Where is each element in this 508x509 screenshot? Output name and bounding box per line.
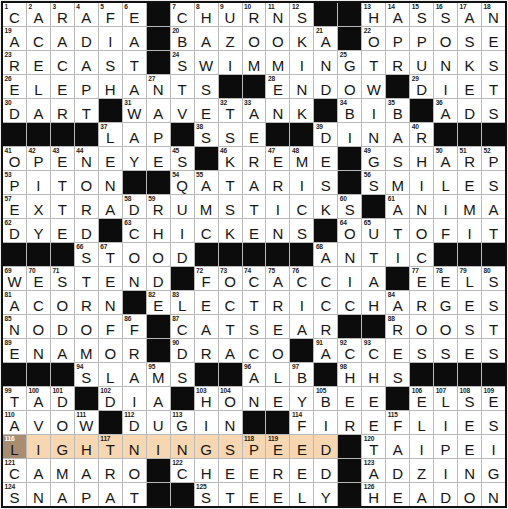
grid-cell[interactable]: 125S	[195, 483, 218, 506]
grid-cell[interactable]: 64O	[338, 219, 361, 242]
grid-cell[interactable]: I	[434, 75, 457, 98]
grid-cell[interactable]: 110A	[3, 411, 26, 434]
grid-cell[interactable]: M	[386, 171, 409, 194]
grid-cell[interactable]: H	[362, 291, 385, 314]
grid-cell[interactable]: S	[171, 363, 194, 386]
grid-cell[interactable]: P	[410, 27, 433, 50]
grid-cell[interactable]: D	[75, 27, 98, 50]
grid-cell[interactable]: 119E	[266, 435, 289, 458]
grid-cell[interactable]: E	[290, 459, 313, 482]
grid-cell[interactable]: O	[51, 291, 74, 314]
grid-cell[interactable]: E	[243, 123, 266, 146]
grid-cell[interactable]: N	[171, 435, 194, 458]
grid-cell[interactable]: O	[147, 243, 170, 266]
grid-cell[interactable]: 56S	[362, 171, 385, 194]
grid-cell[interactable]: 5F	[99, 3, 122, 26]
grid-cell[interactable]: 2A	[27, 3, 50, 26]
grid-cell[interactable]: V	[171, 99, 194, 122]
grid-cell[interactable]: 4A	[75, 3, 98, 26]
grid-cell[interactable]: E	[195, 99, 218, 122]
grid-cell[interactable]: 25G	[338, 51, 361, 74]
grid-cell[interactable]: D	[51, 315, 74, 338]
grid-cell[interactable]: N	[482, 483, 505, 506]
grid-cell[interactable]: 79L	[458, 267, 481, 290]
grid-cell[interactable]: O	[123, 243, 146, 266]
grid-cell[interactable]: S	[219, 123, 242, 146]
grid-cell[interactable]: C	[51, 51, 74, 74]
grid-cell[interactable]: N	[338, 243, 361, 266]
grid-cell[interactable]: I	[410, 171, 433, 194]
grid-cell[interactable]: O	[266, 339, 289, 362]
grid-cell[interactable]: 57E	[3, 195, 26, 218]
grid-cell[interactable]: N	[410, 195, 433, 218]
grid-cell[interactable]: R	[243, 147, 266, 170]
grid-cell[interactable]: I	[290, 51, 313, 74]
grid-cell[interactable]: O	[123, 459, 146, 482]
grid-cell[interactable]: Y	[314, 483, 337, 506]
grid-cell[interactable]: 32T	[219, 99, 242, 122]
grid-cell[interactable]: A	[99, 483, 122, 506]
grid-cell[interactable]: P	[386, 27, 409, 50]
grid-cell[interactable]: Z	[410, 459, 433, 482]
grid-cell[interactable]: O	[434, 27, 457, 50]
grid-cell[interactable]: 97B	[290, 363, 313, 386]
grid-cell[interactable]: I	[219, 51, 242, 74]
grid-cell[interactable]: A	[51, 339, 74, 362]
grid-cell[interactable]: A	[75, 51, 98, 74]
grid-cell[interactable]: I	[123, 387, 146, 410]
grid-cell[interactable]: 60S	[338, 195, 361, 218]
grid-cell[interactable]: N	[123, 267, 146, 290]
grid-cell[interactable]: N	[458, 459, 481, 482]
grid-cell[interactable]: 28E	[266, 75, 289, 98]
grid-cell[interactable]: A	[386, 123, 409, 146]
grid-cell[interactable]: 77E	[410, 267, 433, 290]
grid-cell[interactable]: P	[147, 123, 170, 146]
grid-cell[interactable]: 109E	[482, 387, 505, 410]
grid-cell[interactable]: 7C	[171, 3, 194, 26]
grid-cell[interactable]: I	[458, 219, 481, 242]
grid-cell[interactable]: 118P	[243, 435, 266, 458]
grid-cell[interactable]: 20B	[171, 27, 194, 50]
grid-cell[interactable]: 40R	[410, 123, 433, 146]
grid-cell[interactable]: T	[51, 171, 74, 194]
grid-cell[interactable]: L	[290, 483, 313, 506]
grid-cell[interactable]: 80S	[482, 267, 505, 290]
grid-cell[interactable]: V	[27, 411, 50, 434]
grid-cell[interactable]: 41O	[3, 147, 26, 170]
grid-cell[interactable]: N	[99, 171, 122, 194]
grid-cell[interactable]: N	[314, 51, 337, 74]
grid-cell[interactable]: 123A	[362, 459, 385, 482]
grid-cell[interactable]: 88R	[386, 315, 409, 338]
grid-cell[interactable]: T	[219, 315, 242, 338]
grid-cell[interactable]: N	[266, 99, 289, 122]
grid-cell[interactable]: 66S	[75, 243, 98, 266]
grid-cell[interactable]: E	[243, 219, 266, 242]
grid-cell[interactable]: C	[219, 291, 242, 314]
grid-cell[interactable]: O	[243, 27, 266, 50]
grid-cell[interactable]: 50A	[434, 147, 457, 170]
grid-cell[interactable]: E	[266, 483, 289, 506]
grid-cell[interactable]: 83L	[171, 291, 194, 314]
grid-cell[interactable]: U	[171, 195, 194, 218]
grid-cell[interactable]: E	[195, 291, 218, 314]
grid-cell[interactable]: S	[290, 219, 313, 242]
grid-cell[interactable]: S	[434, 339, 457, 362]
grid-cell[interactable]: 121C	[3, 459, 26, 482]
grid-cell[interactable]: T	[219, 171, 242, 194]
grid-cell[interactable]: T	[482, 75, 505, 98]
grid-cell[interactable]: 8H	[195, 3, 218, 26]
grid-cell[interactable]: 10R	[243, 3, 266, 26]
grid-cell[interactable]: 55A	[195, 171, 218, 194]
grid-cell[interactable]: R	[75, 291, 98, 314]
grid-cell[interactable]: C	[410, 243, 433, 266]
grid-cell[interactable]: S	[458, 27, 481, 50]
grid-cell[interactable]: S	[410, 339, 433, 362]
grid-cell[interactable]: S	[386, 363, 409, 386]
grid-cell[interactable]: 3R	[51, 3, 74, 26]
grid-cell[interactable]: O	[266, 27, 289, 50]
grid-cell[interactable]: 68A	[314, 243, 337, 266]
grid-cell[interactable]: 33A	[243, 99, 266, 122]
grid-cell[interactable]: S	[386, 147, 409, 170]
grid-cell[interactable]: E	[27, 51, 50, 74]
grid-cell[interactable]: O	[338, 75, 361, 98]
grid-cell[interactable]: 72F	[195, 267, 218, 290]
grid-cell[interactable]: A	[51, 483, 74, 506]
grid-cell[interactable]: A	[386, 435, 409, 458]
grid-cell[interactable]: I	[290, 291, 313, 314]
grid-cell[interactable]: R	[410, 291, 433, 314]
grid-cell[interactable]: I	[99, 27, 122, 50]
grid-cell[interactable]: 49G	[362, 147, 385, 170]
grid-cell[interactable]: Y	[123, 147, 146, 170]
grid-cell[interactable]: M	[266, 51, 289, 74]
grid-cell[interactable]: I	[434, 411, 457, 434]
grid-cell[interactable]: E	[219, 459, 242, 482]
grid-cell[interactable]: 124S	[3, 483, 26, 506]
grid-cell[interactable]: T	[75, 99, 98, 122]
grid-cell[interactable]: 45S	[171, 147, 194, 170]
grid-cell[interactable]: S	[195, 75, 218, 98]
grid-cell[interactable]: D	[314, 459, 337, 482]
grid-cell[interactable]: C	[290, 195, 313, 218]
grid-cell[interactable]: I	[27, 435, 50, 458]
grid-cell[interactable]: A	[219, 339, 242, 362]
grid-cell[interactable]: M	[195, 195, 218, 218]
grid-cell[interactable]: G	[51, 435, 74, 458]
grid-cell[interactable]: R	[266, 291, 289, 314]
grid-cell[interactable]: 6E	[123, 3, 146, 26]
grid-cell[interactable]: R	[75, 195, 98, 218]
grid-cell[interactable]: E	[458, 435, 481, 458]
grid-cell[interactable]: Y	[27, 219, 50, 242]
grid-cell[interactable]: 75A	[266, 267, 289, 290]
grid-cell[interactable]: E	[458, 171, 481, 194]
grid-cell[interactable]: S	[458, 315, 481, 338]
grid-cell[interactable]: P	[75, 75, 98, 98]
grid-cell[interactable]: C	[338, 291, 361, 314]
grid-cell[interactable]: 37L	[99, 123, 122, 146]
grid-cell[interactable]: H	[99, 75, 122, 98]
grid-cell[interactable]: I	[195, 411, 218, 434]
grid-cell[interactable]: I	[410, 435, 433, 458]
grid-cell[interactable]: T	[362, 243, 385, 266]
grid-cell[interactable]: T	[243, 291, 266, 314]
grid-cell[interactable]: A	[27, 459, 50, 482]
grid-cell[interactable]: L	[266, 363, 289, 386]
grid-cell[interactable]: 52P	[482, 147, 505, 170]
grid-cell[interactable]: 103H	[195, 387, 218, 410]
grid-cell[interactable]: R	[386, 51, 409, 74]
grid-cell[interactable]: 54Q	[171, 171, 194, 194]
grid-cell[interactable]: L	[99, 363, 122, 386]
grid-cell[interactable]: E	[243, 459, 266, 482]
grid-cell[interactable]: 107L	[434, 387, 457, 410]
grid-cell[interactable]: P	[75, 483, 98, 506]
grid-cell[interactable]: 16S	[434, 3, 457, 26]
grid-cell[interactable]: E	[243, 483, 266, 506]
grid-cell[interactable]: 38S	[195, 123, 218, 146]
grid-cell[interactable]: 59R	[147, 195, 170, 218]
grid-cell[interactable]: 90D	[171, 339, 194, 362]
grid-cell[interactable]: E	[99, 267, 122, 290]
grid-cell[interactable]: N	[27, 483, 50, 506]
grid-cell[interactable]: 84A	[386, 291, 409, 314]
grid-cell[interactable]: 29D	[410, 75, 433, 98]
grid-cell[interactable]: A	[123, 75, 146, 98]
grid-cell[interactable]: E	[458, 291, 481, 314]
grid-cell[interactable]: D	[147, 267, 170, 290]
grid-cell[interactable]: 23R	[3, 51, 26, 74]
grid-cell[interactable]: Z	[219, 27, 242, 50]
grid-cell[interactable]: I	[434, 195, 457, 218]
grid-cell[interactable]: N	[27, 339, 50, 362]
grid-cell[interactable]: 117T	[99, 435, 122, 458]
grid-cell[interactable]: C	[27, 27, 50, 50]
grid-cell[interactable]: 113G	[171, 411, 194, 434]
grid-cell[interactable]: T	[243, 195, 266, 218]
grid-cell[interactable]: K	[314, 195, 337, 218]
grid-cell[interactable]: 85N	[3, 315, 26, 338]
grid-cell[interactable]: 24S	[171, 51, 194, 74]
grid-cell[interactable]: T	[386, 219, 409, 242]
grid-cell[interactable]: T	[123, 483, 146, 506]
grid-cell[interactable]: 106E	[410, 387, 433, 410]
grid-cell[interactable]: A	[362, 267, 385, 290]
grid-cell[interactable]: P	[434, 435, 457, 458]
grid-cell[interactable]: R	[266, 171, 289, 194]
grid-cell[interactable]: 11N	[266, 3, 289, 26]
grid-cell[interactable]: A	[147, 387, 170, 410]
grid-cell[interactable]: 76C	[290, 267, 313, 290]
grid-cell[interactable]: 82E	[147, 291, 170, 314]
grid-cell[interactable]: N	[123, 435, 146, 458]
grid-cell[interactable]: R	[314, 315, 337, 338]
grid-cell[interactable]: T	[482, 315, 505, 338]
grid-cell[interactable]: D	[314, 435, 337, 458]
grid-cell[interactable]: 95M	[147, 363, 170, 386]
grid-cell[interactable]: 112D	[123, 411, 146, 434]
grid-cell[interactable]: M	[458, 195, 481, 218]
grid-cell[interactable]: T	[51, 195, 74, 218]
grid-cell[interactable]: E	[314, 147, 337, 170]
grid-cell[interactable]: T	[123, 51, 146, 74]
grid-cell[interactable]: E	[99, 147, 122, 170]
grid-cell[interactable]: R	[123, 339, 146, 362]
grid-cell[interactable]: 61A	[386, 195, 409, 218]
grid-cell[interactable]: N	[99, 291, 122, 314]
grid-cell[interactable]: E	[458, 339, 481, 362]
grid-cell[interactable]: W	[362, 75, 385, 98]
grid-cell[interactable]: 21A	[314, 27, 337, 50]
grid-cell[interactable]: K	[458, 51, 481, 74]
grid-cell[interactable]: G	[482, 459, 505, 482]
grid-cell[interactable]: 42P	[27, 147, 50, 170]
grid-cell[interactable]: A	[123, 363, 146, 386]
grid-cell[interactable]: D	[458, 99, 481, 122]
grid-cell[interactable]: I	[362, 99, 385, 122]
grid-cell[interactable]: Y	[290, 387, 313, 410]
grid-cell[interactable]: T	[219, 483, 242, 506]
grid-cell[interactable]: 22O	[362, 27, 385, 50]
grid-cell[interactable]: R	[195, 339, 218, 362]
grid-cell[interactable]: F	[434, 219, 457, 242]
grid-cell[interactable]: 43E	[51, 147, 74, 170]
grid-cell[interactable]: 102D	[99, 387, 122, 410]
grid-cell[interactable]: L	[434, 171, 457, 194]
grid-cell[interactable]: A	[482, 195, 505, 218]
grid-cell[interactable]: N	[219, 411, 242, 434]
grid-cell[interactable]: 46K	[219, 147, 242, 170]
grid-cell[interactable]: I	[386, 243, 409, 266]
grid-cell[interactable]: 9U	[219, 3, 242, 26]
grid-cell[interactable]: S	[219, 195, 242, 218]
grid-cell[interactable]: C	[243, 339, 266, 362]
grid-cell[interactable]: 100A	[27, 387, 50, 410]
grid-cell[interactable]: 96A	[243, 363, 266, 386]
grid-cell[interactable]: 47E	[266, 147, 289, 170]
grid-cell[interactable]: 120T	[362, 435, 385, 458]
grid-cell[interactable]: S	[219, 435, 242, 458]
grid-cell[interactable]: 39D	[314, 123, 337, 146]
grid-cell[interactable]: N	[243, 387, 266, 410]
grid-cell[interactable]: 86F	[123, 315, 146, 338]
grid-cell[interactable]: E	[458, 411, 481, 434]
grid-cell[interactable]: C	[195, 219, 218, 242]
grid-cell[interactable]: N	[362, 123, 385, 146]
grid-cell[interactable]: 115F	[386, 411, 409, 434]
grid-cell[interactable]: 35B	[386, 99, 409, 122]
grid-cell[interactable]: G	[434, 291, 457, 314]
grid-cell[interactable]: S	[482, 339, 505, 362]
grid-cell[interactable]: O	[410, 315, 433, 338]
grid-cell[interactable]: 92C	[338, 339, 361, 362]
grid-cell[interactable]: N	[266, 219, 289, 242]
grid-cell[interactable]: E	[147, 147, 170, 170]
grid-cell[interactable]: S	[243, 315, 266, 338]
grid-cell[interactable]: 126H	[362, 483, 385, 506]
grid-cell[interactable]: T	[75, 267, 98, 290]
grid-cell[interactable]: R	[51, 99, 74, 122]
grid-cell[interactable]: D	[314, 75, 337, 98]
grid-cell[interactable]: 62D	[3, 219, 26, 242]
grid-cell[interactable]: M	[51, 459, 74, 482]
grid-cell[interactable]: A	[123, 27, 146, 50]
grid-cell[interactable]: G	[195, 435, 218, 458]
grid-cell[interactable]: H	[195, 459, 218, 482]
grid-cell[interactable]: I	[338, 267, 361, 290]
grid-cell[interactable]: E	[362, 387, 385, 410]
grid-cell[interactable]: 26E	[3, 75, 26, 98]
grid-cell[interactable]: I	[266, 195, 289, 218]
grid-cell[interactable]: 74C	[243, 267, 266, 290]
grid-cell[interactable]: 31W	[123, 99, 146, 122]
grid-cell[interactable]: A	[147, 99, 170, 122]
grid-cell[interactable]: 65U	[362, 219, 385, 242]
grid-cell[interactable]: 73O	[219, 267, 242, 290]
grid-cell[interactable]: N	[434, 51, 457, 74]
grid-cell[interactable]: E	[51, 75, 74, 98]
grid-cell[interactable]: W	[195, 51, 218, 74]
grid-cell[interactable]: 87C	[171, 315, 194, 338]
grid-cell[interactable]: E	[290, 435, 313, 458]
grid-cell[interactable]: I	[482, 435, 505, 458]
grid-cell[interactable]: C	[27, 291, 50, 314]
grid-cell[interactable]: 63C	[123, 219, 146, 242]
grid-cell[interactable]: M	[243, 51, 266, 74]
grid-cell[interactable]: O	[458, 483, 481, 506]
grid-cell[interactable]: T	[171, 75, 194, 98]
grid-cell[interactable]: A	[243, 171, 266, 194]
grid-cell[interactable]: 104O	[219, 387, 242, 410]
grid-cell[interactable]: S	[482, 51, 505, 74]
grid-cell[interactable]: E	[458, 75, 481, 98]
grid-cell[interactable]: 27N	[147, 75, 170, 98]
grid-cell[interactable]: A	[123, 123, 146, 146]
grid-cell[interactable]: 69W	[3, 267, 26, 290]
grid-cell[interactable]: H	[75, 435, 98, 458]
grid-cell[interactable]: 19A	[3, 27, 26, 50]
grid-cell[interactable]: R	[338, 411, 361, 434]
grid-cell[interactable]: A	[195, 27, 218, 50]
grid-cell[interactable]: E	[386, 483, 409, 506]
grid-cell[interactable]: 114F	[290, 411, 313, 434]
grid-cell[interactable]: 108S	[458, 387, 481, 410]
grid-cell[interactable]: O	[51, 411, 74, 434]
grid-cell[interactable]: 53P	[3, 171, 26, 194]
grid-cell[interactable]: S	[482, 99, 505, 122]
grid-cell[interactable]: 70E	[27, 267, 50, 290]
grid-cell[interactable]: E	[51, 219, 74, 242]
grid-cell[interactable]: H	[362, 363, 385, 386]
grid-cell[interactable]: T	[362, 51, 385, 74]
grid-cell[interactable]: I	[171, 219, 194, 242]
grid-cell[interactable]: 99T	[3, 387, 26, 410]
grid-cell[interactable]: X	[27, 195, 50, 218]
grid-cell[interactable]: U	[147, 411, 170, 434]
grid-cell[interactable]: 14A	[386, 3, 409, 26]
grid-cell[interactable]: C	[314, 267, 337, 290]
grid-cell[interactable]: C	[314, 291, 337, 314]
grid-cell[interactable]: A	[99, 195, 122, 218]
grid-cell[interactable]: A	[27, 99, 50, 122]
grid-cell[interactable]: H	[147, 219, 170, 242]
grid-cell[interactable]: 13H	[362, 3, 385, 26]
grid-cell[interactable]: 58D	[123, 195, 146, 218]
